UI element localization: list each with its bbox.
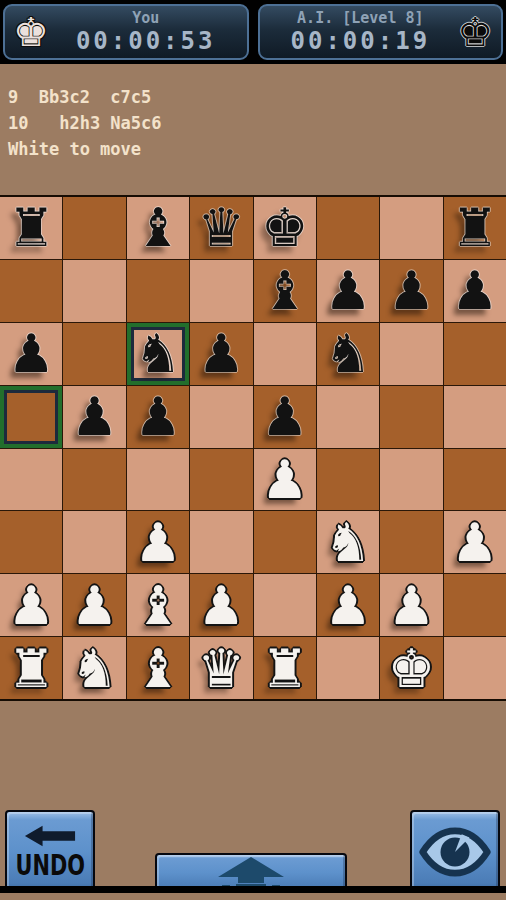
- white-pawn: ♟: [324, 579, 372, 632]
- square-c8[interactable]: ♝: [127, 197, 189, 259]
- square-a7[interactable]: [0, 260, 62, 322]
- square-e7[interactable]: ♝: [254, 260, 316, 322]
- black-pawn: ♟: [71, 390, 119, 443]
- undo-button-label: UNDO: [15, 851, 85, 880]
- up-arrow-icon: [186, 856, 316, 890]
- white-pawn: ♟: [71, 579, 119, 632]
- black-rook: ♜: [451, 201, 499, 254]
- white-pawn: ♟: [7, 579, 55, 632]
- white-player-label: You: [132, 9, 159, 27]
- black-bishop: ♝: [261, 264, 309, 317]
- square-h1[interactable]: [444, 637, 506, 699]
- white-king-icon: ♚: [11, 12, 51, 52]
- square-f7[interactable]: ♟: [317, 260, 379, 322]
- square-g3[interactable]: [380, 511, 442, 573]
- square-b1[interactable]: ♞: [63, 637, 125, 699]
- white-player-clock: 00:00:53: [76, 27, 216, 55]
- white-player-panel: ♚ You 00:00:53: [3, 4, 249, 60]
- square-f4[interactable]: [317, 449, 379, 511]
- square-a6[interactable]: ♟: [0, 323, 62, 385]
- white-knight: ♞: [324, 516, 372, 569]
- black-rook: ♜: [7, 201, 55, 254]
- black-pawn: ♟: [324, 264, 372, 317]
- square-c5[interactable]: ♟: [127, 386, 189, 448]
- square-e6[interactable]: [254, 323, 316, 385]
- square-d2[interactable]: ♟: [190, 574, 252, 636]
- square-g5[interactable]: [380, 386, 442, 448]
- black-pawn: ♟: [198, 327, 246, 380]
- black-bishop: ♝: [134, 201, 182, 254]
- square-e5[interactable]: ♟: [254, 386, 316, 448]
- square-h3[interactable]: ♟: [444, 511, 506, 573]
- square-d3[interactable]: [190, 511, 252, 573]
- undo-button[interactable]: UNDO: [5, 810, 95, 893]
- black-pawn: ♟: [451, 264, 499, 317]
- square-f1[interactable]: [317, 637, 379, 699]
- square-b6[interactable]: [63, 323, 125, 385]
- white-knight: ♞: [71, 642, 119, 695]
- turn-indicator: White to move: [8, 136, 506, 162]
- square-c7[interactable]: [127, 260, 189, 322]
- show-hint-button[interactable]: [410, 810, 500, 893]
- white-pawn: ♟: [134, 516, 182, 569]
- square-b3[interactable]: [63, 511, 125, 573]
- square-e1[interactable]: ♜: [254, 637, 316, 699]
- black-queen: ♛: [198, 201, 246, 254]
- square-b5[interactable]: ♟: [63, 386, 125, 448]
- square-g8[interactable]: [380, 197, 442, 259]
- black-player-texts: A.I. [Level 8] 00:00:19: [266, 9, 456, 55]
- square-g2[interactable]: ♟: [380, 574, 442, 636]
- controls-area: UNDO: [0, 701, 506, 893]
- square-b4[interactable]: [63, 449, 125, 511]
- square-d6[interactable]: ♟: [190, 323, 252, 385]
- white-bishop: ♝: [134, 579, 182, 632]
- square-h4[interactable]: [444, 449, 506, 511]
- square-f6[interactable]: ♞: [317, 323, 379, 385]
- white-rook: ♜: [261, 642, 309, 695]
- black-player-label: A.I. [Level 8]: [297, 9, 423, 27]
- white-pawn: ♟: [198, 579, 246, 632]
- black-knight: ♞: [324, 327, 372, 380]
- square-h2[interactable]: [444, 574, 506, 636]
- chess-board[interactable]: ♜♝♛♚♜♝♟♟♟♟♞♟♞♟♟♟♟♟♞♟♟♟♝♟♟♟♜♞♝♛♜♚: [0, 195, 506, 701]
- move-log-line: 9 Bb3c2 c7c5: [8, 84, 506, 110]
- square-g6[interactable]: [380, 323, 442, 385]
- white-rook: ♜: [7, 642, 55, 695]
- square-e3[interactable]: [254, 511, 316, 573]
- square-g7[interactable]: ♟: [380, 260, 442, 322]
- black-pawn: ♟: [134, 390, 182, 443]
- square-b2[interactable]: ♟: [63, 574, 125, 636]
- white-pawn: ♟: [388, 579, 436, 632]
- square-a1[interactable]: ♜: [0, 637, 62, 699]
- white-pawn: ♟: [261, 453, 309, 506]
- square-d8[interactable]: ♛: [190, 197, 252, 259]
- square-a2[interactable]: ♟: [0, 574, 62, 636]
- square-c2[interactable]: ♝: [127, 574, 189, 636]
- square-e2[interactable]: [254, 574, 316, 636]
- clock-header: ♚ You 00:00:53 A.I. [Level 8] 00:00:19 ♚: [0, 0, 506, 64]
- black-player-panel: A.I. [Level 8] 00:00:19 ♚: [258, 4, 504, 60]
- square-d4[interactable]: [190, 449, 252, 511]
- square-a8[interactable]: ♜: [0, 197, 62, 259]
- move-log: 9 Bb3c2 c7c5 10 h2h3 Na5c6 White to move: [0, 64, 506, 195]
- square-c6[interactable]: ♞: [127, 323, 189, 385]
- square-a5[interactable]: [0, 386, 62, 448]
- black-pawn: ♟: [388, 264, 436, 317]
- move-log-line: 10 h2h3 Na5c6: [8, 110, 506, 136]
- square-d7[interactable]: [190, 260, 252, 322]
- square-h8[interactable]: ♜: [444, 197, 506, 259]
- square-e8[interactable]: ♚: [254, 197, 316, 259]
- black-king-icon: ♚: [455, 12, 495, 52]
- black-player-clock: 00:00:19: [291, 27, 431, 55]
- square-b8[interactable]: [63, 197, 125, 259]
- square-c3[interactable]: ♟: [127, 511, 189, 573]
- white-king: ♚: [388, 642, 436, 695]
- white-player-texts: You 00:00:53: [51, 9, 241, 55]
- white-pawn: ♟: [451, 516, 499, 569]
- bottom-bar: [0, 886, 506, 893]
- square-f5[interactable]: [317, 386, 379, 448]
- black-knight: ♞: [134, 327, 182, 380]
- square-d5[interactable]: [190, 386, 252, 448]
- white-queen: ♛: [198, 642, 246, 695]
- square-c4[interactable]: [127, 449, 189, 511]
- square-g4[interactable]: [380, 449, 442, 511]
- square-c1[interactable]: ♝: [127, 637, 189, 699]
- square-f8[interactable]: [317, 197, 379, 259]
- square-h7[interactable]: ♟: [444, 260, 506, 322]
- undo-arrow-icon: [21, 823, 79, 849]
- black-pawn: ♟: [7, 327, 55, 380]
- square-a3[interactable]: [0, 511, 62, 573]
- square-g1[interactable]: ♚: [380, 637, 442, 699]
- square-b7[interactable]: [63, 260, 125, 322]
- square-h5[interactable]: [444, 386, 506, 448]
- eye-icon: [419, 823, 491, 881]
- black-pawn: ♟: [261, 390, 309, 443]
- square-f3[interactable]: ♞: [317, 511, 379, 573]
- square-d1[interactable]: ♛: [190, 637, 252, 699]
- square-f2[interactable]: ♟: [317, 574, 379, 636]
- square-e4[interactable]: ♟: [254, 449, 316, 511]
- square-a4[interactable]: [0, 449, 62, 511]
- white-bishop: ♝: [134, 642, 182, 695]
- square-h6[interactable]: [444, 323, 506, 385]
- black-king: ♚: [261, 201, 309, 254]
